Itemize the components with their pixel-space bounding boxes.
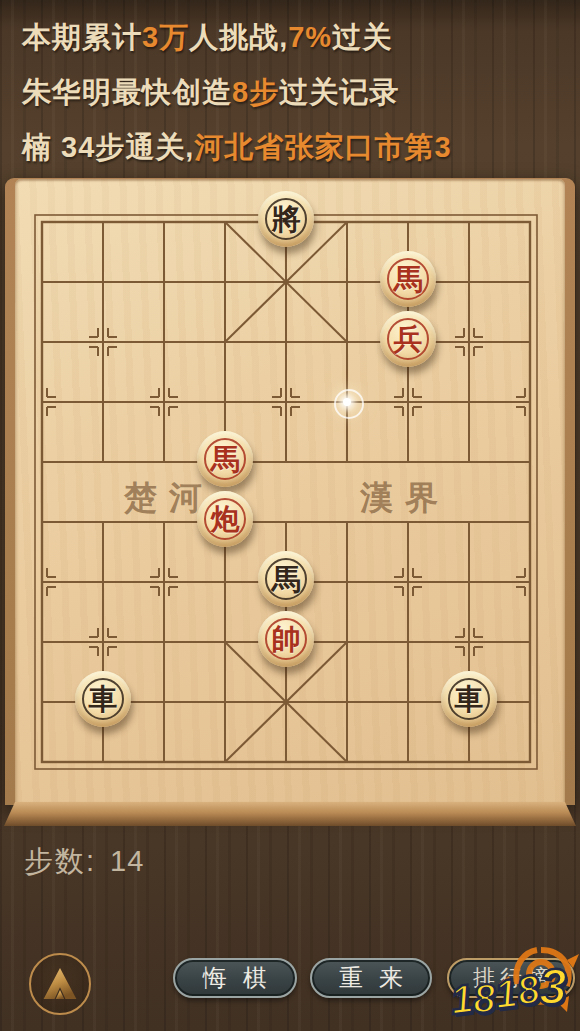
piece-red-horse[interactable]: 馬 (380, 251, 436, 307)
header-text-segment: 楠 34步通关, (22, 131, 194, 163)
piece-character: 馬 (211, 431, 240, 487)
piece-character: 車 (455, 671, 484, 727)
piece-character: 馬 (394, 251, 423, 307)
undo-move-button[interactable]: 悔棋 (173, 958, 297, 998)
expand-menu-button[interactable] (29, 953, 91, 1015)
piece-character: 兵 (394, 311, 423, 367)
piece-character: 帥 (272, 611, 301, 667)
piece-character: 將 (272, 191, 301, 247)
move-counter: 步数:14 (24, 842, 144, 882)
header-text-segment: 人挑战, (189, 21, 288, 53)
piece-black-chariot[interactable]: 車 (441, 671, 497, 727)
header-text-segment: 3万 (142, 21, 189, 53)
header-text-segment: 7% (288, 21, 332, 53)
piece-character: 炮 (211, 491, 240, 547)
move-counter-label: 步数: (24, 845, 96, 877)
piece-red-soldier[interactable]: 兵 (380, 311, 436, 367)
header-text-segment: 河北省张家口市第3 (194, 131, 451, 163)
piece-black-horse[interactable]: 馬 (258, 551, 314, 607)
piece-red-general[interactable]: 帥 (258, 611, 314, 667)
header-record-stats: 朱华明最快创造8步过关记录 (22, 73, 399, 113)
restart-button[interactable]: 重来 (310, 958, 432, 998)
xiangqi-app-screen: 本期累计3万人挑战,7%过关 朱华明最快创造8步过关记录 楠 34步通关,河北省… (0, 0, 580, 1031)
piece-black-general[interactable]: 將 (258, 191, 314, 247)
piece-red-horse[interactable]: 馬 (197, 431, 253, 487)
move-hint-sparkle (343, 398, 351, 406)
piece-black-chariot[interactable]: 車 (75, 671, 131, 727)
river-label-han-jie: 漢界 (360, 476, 450, 521)
header-challenge-stats: 本期累计3万人挑战,7%过关 (22, 18, 392, 58)
header-text-segment: 朱华明最快创造 (22, 76, 232, 108)
header-text-segment: 过关记录 (279, 76, 399, 108)
board-bottom-bevel (4, 802, 576, 826)
mountain-arrow-icon (39, 963, 81, 1005)
piece-character: 馬 (272, 551, 301, 607)
move-counter-value: 14 (110, 845, 144, 877)
piece-red-cannon[interactable]: 炮 (197, 491, 253, 547)
header-text-segment: 8步 (232, 76, 279, 108)
piece-character: 車 (89, 671, 118, 727)
undo-move-label: 悔棋 (203, 962, 283, 994)
header-player-stats: 楠 34步通关,河北省张家口市第3 (22, 128, 452, 168)
restart-label: 重来 (339, 962, 419, 994)
header-text-segment: 本期累计 (22, 21, 142, 53)
header-text-segment: 过关 (332, 21, 392, 53)
